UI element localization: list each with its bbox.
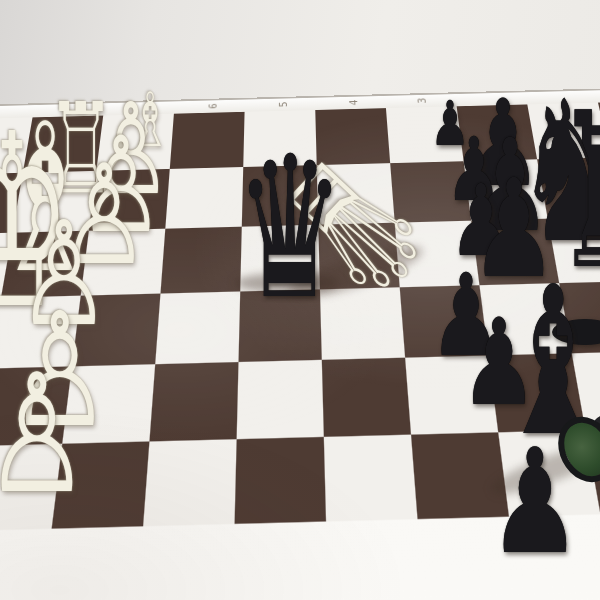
board-square <box>160 227 241 294</box>
chess-photo-scene: 6543 ♔♗♖♗♙♙♙♙♙♙♕♛♟♟♟♟♟♟♟♟♟♞♜♝ <box>0 0 600 600</box>
board-square <box>322 358 411 437</box>
board-square <box>155 291 240 364</box>
board-square <box>235 437 326 524</box>
board-square <box>165 167 243 229</box>
chess-piece-white-pawn: ♙ <box>0 353 90 517</box>
rank-label: 6 <box>207 103 218 109</box>
rank-label: 3 <box>416 98 428 104</box>
rank-label: 4 <box>348 99 359 105</box>
board-square <box>170 112 245 169</box>
board-square <box>143 439 237 526</box>
rank-label: 5 <box>277 101 288 107</box>
chess-piece-black-pawn: ♟ <box>488 429 582 574</box>
board-square <box>237 360 324 439</box>
chess-piece-black-queen: ♛ <box>236 130 345 326</box>
board-square <box>149 362 238 441</box>
board-square <box>324 435 418 522</box>
